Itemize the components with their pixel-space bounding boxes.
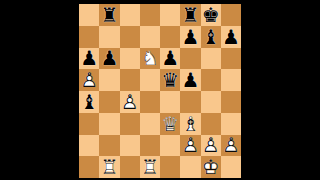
video-frame: ♜♜♚♟♝♟♟♟♞♘♟♟♙♛♟♝♟♙♛♕♝♗♟♙♟♙♟♙♜♖♜♖♚♔ (0, 0, 320, 180)
square-g2: ♟♙ (201, 135, 221, 157)
square-c2 (120, 135, 140, 157)
square-c6 (120, 48, 140, 70)
square-h5 (221, 69, 241, 91)
square-e8 (160, 4, 180, 26)
square-c3 (120, 113, 140, 135)
square-c5 (120, 69, 140, 91)
square-e4 (160, 91, 180, 113)
square-e6: ♟ (160, 48, 180, 70)
square-h1 (221, 156, 241, 178)
square-b6: ♟ (99, 48, 119, 70)
square-b7 (99, 26, 119, 48)
piece-black-queen-icon: ♛ (160, 69, 180, 91)
piece-black-rook-icon: ♜ (99, 4, 119, 26)
square-d2 (140, 135, 160, 157)
square-a6: ♟ (79, 48, 99, 70)
square-d7 (140, 26, 160, 48)
piece-black-pawn-icon: ♟ (221, 26, 241, 48)
square-g8: ♚ (201, 4, 221, 26)
piece-white-king-icon: ♚♔ (201, 156, 221, 178)
piece-black-rook-icon: ♜ (180, 4, 200, 26)
piece-black-king-icon: ♚ (201, 4, 221, 26)
square-f8: ♜ (180, 4, 200, 26)
square-b1: ♜♖ (99, 156, 119, 178)
square-b5 (99, 69, 119, 91)
square-h7: ♟ (221, 26, 241, 48)
square-e7 (160, 26, 180, 48)
piece-white-pawn-icon: ♟♙ (180, 135, 200, 157)
square-h3 (221, 113, 241, 135)
square-h2: ♟♙ (221, 135, 241, 157)
piece-black-bishop-icon: ♝ (201, 26, 221, 48)
square-g3 (201, 113, 221, 135)
square-b3 (99, 113, 119, 135)
piece-black-pawn-icon: ♟ (180, 26, 200, 48)
square-f2: ♟♙ (180, 135, 200, 157)
piece-white-knight-icon: ♞♘ (140, 48, 160, 70)
square-g5 (201, 69, 221, 91)
piece-black-pawn-icon: ♟ (180, 69, 200, 91)
square-f7: ♟ (180, 26, 200, 48)
square-h6 (221, 48, 241, 70)
square-d4 (140, 91, 160, 113)
square-d6: ♞♘ (140, 48, 160, 70)
square-a4: ♝ (79, 91, 99, 113)
square-b4 (99, 91, 119, 113)
square-f5: ♟ (180, 69, 200, 91)
square-e3: ♛♕ (160, 113, 180, 135)
square-c8 (120, 4, 140, 26)
square-a3 (79, 113, 99, 135)
square-g7: ♝ (201, 26, 221, 48)
piece-black-bishop-icon: ♝ (79, 91, 99, 113)
square-d5 (140, 69, 160, 91)
square-d3 (140, 113, 160, 135)
square-c4: ♟♙ (120, 91, 140, 113)
square-g4 (201, 91, 221, 113)
square-g6 (201, 48, 221, 70)
piece-white-pawn-icon: ♟♙ (79, 69, 99, 91)
square-a2 (79, 135, 99, 157)
piece-black-pawn-icon: ♟ (160, 48, 180, 70)
square-h8 (221, 4, 241, 26)
piece-white-rook-icon: ♜♖ (99, 156, 119, 178)
square-a8 (79, 4, 99, 26)
square-e2 (160, 135, 180, 157)
square-g1: ♚♔ (201, 156, 221, 178)
square-f3: ♝♗ (180, 113, 200, 135)
square-h4 (221, 91, 241, 113)
square-c1 (120, 156, 140, 178)
piece-white-pawn-icon: ♟♙ (120, 91, 140, 113)
square-f6 (180, 48, 200, 70)
piece-black-pawn-icon: ♟ (99, 48, 119, 70)
square-e1 (160, 156, 180, 178)
square-b8: ♜ (99, 4, 119, 26)
piece-black-pawn-icon: ♟ (79, 48, 99, 70)
piece-white-pawn-icon: ♟♙ (201, 135, 221, 157)
square-b2 (99, 135, 119, 157)
chess-board: ♜♜♚♟♝♟♟♟♞♘♟♟♙♛♟♝♟♙♛♕♝♗♟♙♟♙♟♙♜♖♜♖♚♔ (79, 4, 241, 178)
piece-white-queen-icon: ♛♕ (160, 113, 180, 135)
square-d8 (140, 4, 160, 26)
square-d1: ♜♖ (140, 156, 160, 178)
piece-white-pawn-icon: ♟♙ (221, 135, 241, 157)
square-a7 (79, 26, 99, 48)
piece-white-rook-icon: ♜♖ (140, 156, 160, 178)
square-e5: ♛ (160, 69, 180, 91)
square-f4 (180, 91, 200, 113)
square-a1 (79, 156, 99, 178)
square-c7 (120, 26, 140, 48)
square-a5: ♟♙ (79, 69, 99, 91)
square-f1 (180, 156, 200, 178)
piece-white-bishop-icon: ♝♗ (180, 113, 200, 135)
